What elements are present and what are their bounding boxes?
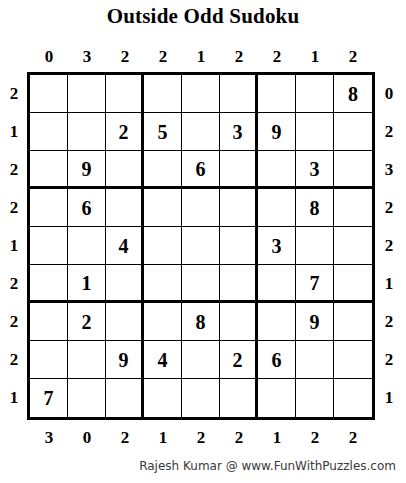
- cell-r4c4[interactable]: [144, 189, 182, 227]
- clue-bottom-2: 0: [68, 424, 106, 452]
- cell-r2c3: 2: [106, 113, 144, 151]
- cell-r6c4[interactable]: [144, 265, 182, 303]
- cell-r8c4: 4: [144, 341, 182, 379]
- cell-r1c1[interactable]: [30, 75, 68, 113]
- cell-r1c5[interactable]: [182, 75, 220, 113]
- cell-r5c3: 4: [106, 227, 144, 265]
- cell-r5c2[interactable]: [68, 227, 106, 265]
- cell-r4c5[interactable]: [182, 189, 220, 227]
- cell-r6c3[interactable]: [106, 265, 144, 303]
- clue-left-8: 2: [1, 341, 27, 379]
- cell-r3c9[interactable]: [334, 151, 372, 189]
- cell-r7c1[interactable]: [30, 303, 68, 341]
- sudoku-board: 8253996368431728994267: [27, 72, 375, 420]
- clue-bottom-8: 2: [296, 424, 334, 452]
- clue-left-4: 2: [1, 189, 27, 227]
- clue-bottom-4: 1: [144, 424, 182, 452]
- cell-r6c8: 7: [296, 265, 334, 303]
- clue-left-7: 2: [1, 303, 27, 341]
- cell-r2c9[interactable]: [334, 113, 372, 151]
- cell-r4c2: 6: [68, 189, 106, 227]
- clue-top-7: 2: [258, 44, 296, 70]
- cell-r5c5[interactable]: [182, 227, 220, 265]
- cell-r8c3: 9: [106, 341, 144, 379]
- cell-r8c7: 6: [258, 341, 296, 379]
- cell-r7c3[interactable]: [106, 303, 144, 341]
- cell-r9c5[interactable]: [182, 379, 220, 417]
- clue-right-8: 2: [376, 341, 402, 379]
- clue-right-5: 2: [376, 227, 402, 265]
- clue-top-5: 1: [182, 44, 220, 70]
- clue-bottom-1: 3: [30, 424, 68, 452]
- cell-r9c7[interactable]: [258, 379, 296, 417]
- cell-r4c3[interactable]: [106, 189, 144, 227]
- cell-r1c4[interactable]: [144, 75, 182, 113]
- clue-right-4: 2: [376, 189, 402, 227]
- cell-r7c5: 8: [182, 303, 220, 341]
- cell-r7c8: 9: [296, 303, 334, 341]
- cell-r4c7[interactable]: [258, 189, 296, 227]
- cell-r8c9[interactable]: [334, 341, 372, 379]
- cell-r8c6: 2: [220, 341, 258, 379]
- cell-r5c8[interactable]: [296, 227, 334, 265]
- cell-r3c2: 9: [68, 151, 106, 189]
- clue-bottom-7: 1: [258, 424, 296, 452]
- cell-r3c8: 3: [296, 151, 334, 189]
- clue-left-3: 2: [1, 151, 27, 189]
- cell-r2c5[interactable]: [182, 113, 220, 151]
- cell-r7c2: 2: [68, 303, 106, 341]
- cell-r6c9[interactable]: [334, 265, 372, 303]
- cell-r2c8[interactable]: [296, 113, 334, 151]
- clue-right-7: 2: [376, 303, 402, 341]
- cell-r2c2[interactable]: [68, 113, 106, 151]
- clue-left-2: 1: [1, 113, 27, 151]
- cell-r9c8[interactable]: [296, 379, 334, 417]
- cell-r8c8[interactable]: [296, 341, 334, 379]
- cell-r2c6: 3: [220, 113, 258, 151]
- clue-top-1: 0: [30, 44, 68, 70]
- cell-r9c6[interactable]: [220, 379, 258, 417]
- bottom-clues: 302122122: [30, 424, 372, 452]
- cell-r9c4[interactable]: [144, 379, 182, 417]
- cell-r1c9: 8: [334, 75, 372, 113]
- cell-r4c9[interactable]: [334, 189, 372, 227]
- cell-r6c5[interactable]: [182, 265, 220, 303]
- clue-left-9: 1: [1, 379, 27, 417]
- clue-top-6: 2: [220, 44, 258, 70]
- cell-r6c2: 1: [68, 265, 106, 303]
- cell-r3c1[interactable]: [30, 151, 68, 189]
- clue-left-6: 2: [1, 265, 27, 303]
- clue-bottom-5: 2: [182, 424, 220, 452]
- cell-r1c7[interactable]: [258, 75, 296, 113]
- cell-r8c2[interactable]: [68, 341, 106, 379]
- cell-r7c6[interactable]: [220, 303, 258, 341]
- cell-r5c6[interactable]: [220, 227, 258, 265]
- top-clues: 032212212: [30, 44, 372, 70]
- cell-r8c5[interactable]: [182, 341, 220, 379]
- cell-r3c6[interactable]: [220, 151, 258, 189]
- clue-right-1: 0: [376, 75, 402, 113]
- cell-r9c1: 7: [30, 379, 68, 417]
- puzzle-page: Outside Odd Sudoku 032212212 212212221 8…: [0, 0, 406, 483]
- clue-left-5: 1: [1, 227, 27, 265]
- cell-r3c7[interactable]: [258, 151, 296, 189]
- cell-r6c6[interactable]: [220, 265, 258, 303]
- clue-top-8: 1: [296, 44, 334, 70]
- clue-bottom-6: 2: [220, 424, 258, 452]
- cell-r9c3[interactable]: [106, 379, 144, 417]
- puzzle-title: Outside Odd Sudoku: [0, 4, 406, 29]
- cell-r4c8: 8: [296, 189, 334, 227]
- cell-r6c1[interactable]: [30, 265, 68, 303]
- cell-r7c4[interactable]: [144, 303, 182, 341]
- clue-left-1: 2: [1, 75, 27, 113]
- cell-r8c1[interactable]: [30, 341, 68, 379]
- cell-r7c9[interactable]: [334, 303, 372, 341]
- cell-r6c7[interactable]: [258, 265, 296, 303]
- cell-r1c8[interactable]: [296, 75, 334, 113]
- clue-right-9: 1: [376, 379, 402, 417]
- clue-right-6: 1: [376, 265, 402, 303]
- cell-r7c7[interactable]: [258, 303, 296, 341]
- cell-r2c4: 5: [144, 113, 182, 151]
- clue-bottom-9: 2: [334, 424, 372, 452]
- clue-bottom-3: 2: [106, 424, 144, 452]
- cell-r2c7: 9: [258, 113, 296, 151]
- cell-r9c9[interactable]: [334, 379, 372, 417]
- left-clues: 212212221: [1, 75, 27, 417]
- cell-r5c9[interactable]: [334, 227, 372, 265]
- cell-r2c1[interactable]: [30, 113, 68, 151]
- cell-r4c1[interactable]: [30, 189, 68, 227]
- cell-r3c5: 6: [182, 151, 220, 189]
- clue-top-3: 2: [106, 44, 144, 70]
- cell-r1c2[interactable]: [68, 75, 106, 113]
- clue-top-2: 3: [68, 44, 106, 70]
- cell-r1c6[interactable]: [220, 75, 258, 113]
- clue-top-4: 2: [144, 44, 182, 70]
- cell-r9c2[interactable]: [68, 379, 106, 417]
- right-clues: 023221221: [376, 75, 402, 417]
- clue-right-2: 2: [376, 113, 402, 151]
- cell-r5c1[interactable]: [30, 227, 68, 265]
- credit-line: Rajesh Kumar @ www.FunWithPuzzles.com: [139, 459, 396, 473]
- cell-r4c6[interactable]: [220, 189, 258, 227]
- cell-r5c4[interactable]: [144, 227, 182, 265]
- clue-top-9: 2: [334, 44, 372, 70]
- clue-right-3: 3: [376, 151, 402, 189]
- cell-r1c3[interactable]: [106, 75, 144, 113]
- cell-r3c4[interactable]: [144, 151, 182, 189]
- cell-r3c3[interactable]: [106, 151, 144, 189]
- cell-r5c7: 3: [258, 227, 296, 265]
